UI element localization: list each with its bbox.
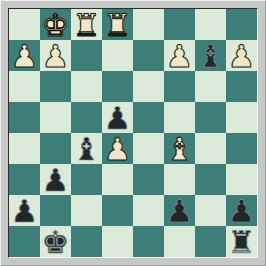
- square-g5[interactable]: [195, 102, 226, 133]
- square-b6[interactable]: [40, 71, 71, 102]
- square-d3[interactable]: [102, 164, 133, 195]
- piece-white-rook-d8[interactable]: ♜: [102, 9, 133, 40]
- square-a8[interactable]: [9, 9, 40, 40]
- square-d5[interactable]: ♟: [102, 102, 133, 133]
- square-b5[interactable]: [40, 102, 71, 133]
- square-b7[interactable]: ♟: [40, 40, 71, 71]
- piece-black-pawn-b3[interactable]: ♟: [40, 164, 71, 195]
- square-d6[interactable]: [102, 71, 133, 102]
- square-g1[interactable]: [195, 226, 226, 257]
- square-b2[interactable]: [40, 195, 71, 226]
- square-f2[interactable]: ♟: [164, 195, 195, 226]
- square-e2[interactable]: [133, 195, 164, 226]
- piece-white-bishop-f4[interactable]: ♝: [164, 133, 195, 164]
- square-e3[interactable]: [133, 164, 164, 195]
- square-h7[interactable]: ♟: [226, 40, 257, 71]
- square-d7[interactable]: [102, 40, 133, 71]
- square-e6[interactable]: [133, 71, 164, 102]
- square-d2[interactable]: [102, 195, 133, 226]
- piece-white-rook-c8[interactable]: ♜: [71, 9, 102, 40]
- square-c8[interactable]: ♜: [71, 9, 102, 40]
- square-c5[interactable]: [71, 102, 102, 133]
- square-g7[interactable]: ♝: [195, 40, 226, 71]
- square-g6[interactable]: [195, 71, 226, 102]
- square-g3[interactable]: [195, 164, 226, 195]
- piece-white-pawn-a7[interactable]: ♟: [9, 40, 40, 71]
- piece-black-pawn-f2[interactable]: ♟: [164, 195, 195, 226]
- square-b1[interactable]: ♚: [40, 226, 71, 257]
- piece-white-pawn-f7[interactable]: ♟: [164, 40, 195, 71]
- square-e1[interactable]: [133, 226, 164, 257]
- square-b4[interactable]: [40, 133, 71, 164]
- square-h3[interactable]: [226, 164, 257, 195]
- square-d1[interactable]: [102, 226, 133, 257]
- piece-white-pawn-b7[interactable]: ♟: [40, 40, 71, 71]
- piece-white-king-b8[interactable]: ♚: [40, 9, 71, 40]
- square-g2[interactable]: [195, 195, 226, 226]
- square-g8[interactable]: [195, 9, 226, 40]
- square-h1[interactable]: ♜: [226, 226, 257, 257]
- piece-black-pawn-h2[interactable]: ♟: [226, 195, 257, 226]
- piece-black-pawn-a2[interactable]: ♟: [9, 195, 40, 226]
- piece-black-rook-h1[interactable]: ♜: [226, 226, 257, 257]
- square-c1[interactable]: [71, 226, 102, 257]
- piece-black-pawn-d5[interactable]: ♟: [102, 102, 133, 133]
- square-f8[interactable]: [164, 9, 195, 40]
- square-f1[interactable]: [164, 226, 195, 257]
- square-f6[interactable]: [164, 71, 195, 102]
- square-a5[interactable]: [9, 102, 40, 133]
- square-a6[interactable]: [9, 71, 40, 102]
- square-a2[interactable]: ♟: [9, 195, 40, 226]
- square-c2[interactable]: [71, 195, 102, 226]
- square-a3[interactable]: [9, 164, 40, 195]
- square-h6[interactable]: [226, 71, 257, 102]
- square-h5[interactable]: [226, 102, 257, 133]
- square-h2[interactable]: ♟: [226, 195, 257, 226]
- square-d8[interactable]: ♜: [102, 9, 133, 40]
- board-frame: ♚♜♜♟♟♟♝♟♟♝♟♝♟♟♟♟♚♜: [0, 0, 266, 266]
- square-e4[interactable]: [133, 133, 164, 164]
- piece-black-bishop-g7[interactable]: ♝: [195, 40, 226, 71]
- square-f4[interactable]: ♝: [164, 133, 195, 164]
- square-e7[interactable]: [133, 40, 164, 71]
- square-c6[interactable]: [71, 71, 102, 102]
- square-h4[interactable]: [226, 133, 257, 164]
- square-c3[interactable]: [71, 164, 102, 195]
- square-b3[interactable]: ♟: [40, 164, 71, 195]
- square-e8[interactable]: [133, 9, 164, 40]
- square-e5[interactable]: [133, 102, 164, 133]
- square-f7[interactable]: ♟: [164, 40, 195, 71]
- square-d4[interactable]: ♟: [102, 133, 133, 164]
- chess-board: ♚♜♜♟♟♟♝♟♟♝♟♝♟♟♟♟♚♜: [8, 8, 258, 258]
- square-a4[interactable]: [9, 133, 40, 164]
- square-b8[interactable]: ♚: [40, 9, 71, 40]
- square-f5[interactable]: [164, 102, 195, 133]
- square-a7[interactable]: ♟: [9, 40, 40, 71]
- piece-black-bishop-c4[interactable]: ♝: [71, 133, 102, 164]
- piece-white-pawn-d4[interactable]: ♟: [102, 133, 133, 164]
- square-g4[interactable]: [195, 133, 226, 164]
- square-c7[interactable]: [71, 40, 102, 71]
- piece-white-pawn-h7[interactable]: ♟: [226, 40, 257, 71]
- square-c4[interactable]: ♝: [71, 133, 102, 164]
- square-h8[interactable]: [226, 9, 257, 40]
- piece-black-king-b1[interactable]: ♚: [40, 226, 71, 257]
- square-a1[interactable]: [9, 226, 40, 257]
- square-f3[interactable]: [164, 164, 195, 195]
